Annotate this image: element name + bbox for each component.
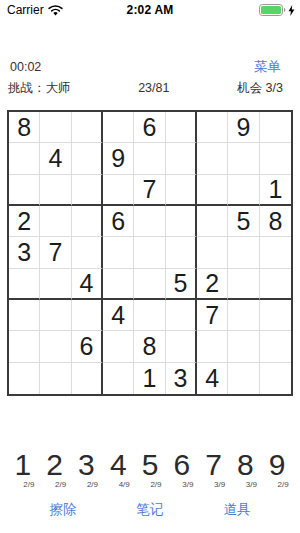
numpad-remaining-count: 3/9 xyxy=(235,480,267,489)
cell-r1c4[interactable] xyxy=(103,112,134,143)
cell-r8c2[interactable] xyxy=(40,331,71,362)
numpad-digit: 6 xyxy=(166,450,198,479)
top-bar: 00:02 菜单 xyxy=(0,58,300,76)
cell-r7c6[interactable] xyxy=(166,300,197,331)
cell-r3c6[interactable] xyxy=(166,175,197,206)
cell-r7c1[interactable] xyxy=(9,300,40,331)
cell-r4c8[interactable]: 5 xyxy=(228,206,259,237)
cell-r3c3[interactable] xyxy=(72,175,103,206)
cell-r9c2[interactable] xyxy=(40,363,71,394)
cell-r2c1[interactable] xyxy=(9,143,40,174)
cell-r8c3[interactable]: 6 xyxy=(72,331,103,362)
cell-r3c7[interactable] xyxy=(197,175,228,206)
cell-r4c1[interactable]: 2 xyxy=(9,206,40,237)
cell-r6c5[interactable] xyxy=(134,269,165,300)
cell-r6c1[interactable] xyxy=(9,269,40,300)
cell-r8c8[interactable] xyxy=(228,331,259,362)
cell-r9c5[interactable]: 1 xyxy=(134,363,165,394)
cell-r8c9[interactable] xyxy=(260,331,291,362)
cell-r5c6[interactable] xyxy=(166,237,197,268)
numpad-remaining-count: 3/9 xyxy=(172,480,204,489)
cell-r8c7[interactable] xyxy=(197,331,228,362)
cell-r6c6[interactable]: 5 xyxy=(166,269,197,300)
cell-r7c8[interactable] xyxy=(228,300,259,331)
cell-r2c7[interactable] xyxy=(197,143,228,174)
numpad-digit: 7 xyxy=(198,450,230,479)
wifi-icon xyxy=(48,5,63,16)
cell-r5c1[interactable]: 3 xyxy=(9,237,40,268)
cell-r9c6[interactable]: 3 xyxy=(166,363,197,394)
cell-r7c9[interactable] xyxy=(260,300,291,331)
cell-r9c9[interactable] xyxy=(260,363,291,394)
cell-r3c8[interactable] xyxy=(228,175,259,206)
cell-r7c2[interactable] xyxy=(40,300,71,331)
progress-label: 23/81 xyxy=(138,81,169,95)
cell-r8c1[interactable] xyxy=(9,331,40,362)
cell-r1c6[interactable] xyxy=(166,112,197,143)
erase-button[interactable]: 擦除 xyxy=(50,501,77,519)
cell-r7c4[interactable]: 4 xyxy=(103,300,134,331)
charging-bolt-icon xyxy=(288,5,295,16)
cell-r6c2[interactable] xyxy=(40,269,71,300)
menu-button[interactable]: 菜单 xyxy=(254,58,281,76)
numpad-remaining-count: 3/9 xyxy=(204,480,236,489)
cell-r5c3[interactable] xyxy=(72,237,103,268)
cell-r2c3[interactable] xyxy=(72,143,103,174)
cell-r9c8[interactable] xyxy=(228,363,259,394)
app-screen: Carrier 2:02 AM xyxy=(0,0,300,533)
numpad-remaining-count: 2/9 xyxy=(13,480,45,489)
status-bar: Carrier 2:02 AM xyxy=(0,0,300,20)
cell-r6c8[interactable] xyxy=(228,269,259,300)
cell-r9c7[interactable]: 4 xyxy=(197,363,228,394)
cell-r4c3[interactable] xyxy=(72,206,103,237)
cell-r3c4[interactable] xyxy=(103,175,134,206)
cell-r1c5[interactable]: 6 xyxy=(134,112,165,143)
cell-r1c2[interactable] xyxy=(40,112,71,143)
number-pad: 12/922/932/944/952/963/973/983/992/9 xyxy=(7,450,293,489)
cell-r2c2[interactable]: 4 xyxy=(40,143,71,174)
numpad-digit: 3 xyxy=(71,450,103,479)
cell-r6c7[interactable]: 2 xyxy=(197,269,228,300)
cell-r1c1[interactable]: 8 xyxy=(9,112,40,143)
cell-r1c8[interactable]: 9 xyxy=(228,112,259,143)
numpad-button-1[interactable]: 12/9 xyxy=(7,450,39,489)
cell-r4c9[interactable]: 8 xyxy=(260,206,291,237)
cell-r5c8[interactable] xyxy=(228,237,259,268)
carrier-label: Carrier xyxy=(7,3,44,17)
cell-r4c4[interactable]: 6 xyxy=(103,206,134,237)
numpad-digit: 9 xyxy=(261,450,293,479)
challenge-label: 挑战：大师 xyxy=(8,80,71,97)
cell-r9c3[interactable] xyxy=(72,363,103,394)
cell-r7c3[interactable] xyxy=(72,300,103,331)
cell-r7c7[interactable]: 7 xyxy=(197,300,228,331)
numpad-remaining-count: 2/9 xyxy=(77,480,109,489)
cell-r9c4[interactable] xyxy=(103,363,134,394)
cell-r1c3[interactable] xyxy=(72,112,103,143)
cell-r3c5[interactable]: 7 xyxy=(134,175,165,206)
cell-r7c5[interactable] xyxy=(134,300,165,331)
numpad-digit: 5 xyxy=(134,450,166,479)
battery-icon xyxy=(259,4,286,16)
numpad-remaining-count: 2/9 xyxy=(267,480,299,489)
chances-label: 机会 3/3 xyxy=(237,80,283,97)
numpad-remaining-count: 2/9 xyxy=(140,480,172,489)
cell-r4c5[interactable] xyxy=(134,206,165,237)
status-left: Carrier xyxy=(7,3,63,17)
numpad-digit: 8 xyxy=(229,450,261,479)
cell-r8c5[interactable]: 8 xyxy=(134,331,165,362)
status-time: 2:02 AM xyxy=(127,0,174,20)
cell-r3c2[interactable] xyxy=(40,175,71,206)
cell-r2c4[interactable]: 9 xyxy=(103,143,134,174)
game-timer: 00:02 xyxy=(10,60,41,74)
numpad-digit: 1 xyxy=(7,450,39,479)
cell-r8c4[interactable] xyxy=(103,331,134,362)
sudoku-board: 86949712658374524768134 xyxy=(7,110,293,396)
cell-r2c6[interactable] xyxy=(166,143,197,174)
cell-r2c8[interactable] xyxy=(228,143,259,174)
cell-r5c9[interactable] xyxy=(260,237,291,268)
cell-r3c1[interactable] xyxy=(9,175,40,206)
numpad-remaining-count: 2/9 xyxy=(45,480,77,489)
numpad-remaining-count: 4/9 xyxy=(108,480,140,489)
cell-r2c9[interactable] xyxy=(260,143,291,174)
footer-actions: 擦除 笔记 道具 xyxy=(0,501,300,519)
cell-r8c6[interactable] xyxy=(166,331,197,362)
cell-r6c9[interactable] xyxy=(260,269,291,300)
numpad-digit: 2 xyxy=(39,450,71,479)
cell-r6c4[interactable] xyxy=(103,269,134,300)
cell-r9c1[interactable] xyxy=(9,363,40,394)
cell-r4c6[interactable] xyxy=(166,206,197,237)
cell-r5c5[interactable] xyxy=(134,237,165,268)
notes-button[interactable]: 笔记 xyxy=(137,501,164,519)
cell-r5c4[interactable] xyxy=(103,237,134,268)
numpad-digit: 4 xyxy=(102,450,134,479)
cell-r4c7[interactable] xyxy=(197,206,228,237)
cell-r6c3[interactable]: 4 xyxy=(72,269,103,300)
status-right xyxy=(259,4,295,16)
cell-r5c2[interactable]: 7 xyxy=(40,237,71,268)
cell-r5c7[interactable] xyxy=(197,237,228,268)
cell-r1c9[interactable] xyxy=(260,112,291,143)
info-row: 挑战：大师 23/81 机会 3/3 xyxy=(0,80,300,96)
cell-r1c7[interactable] xyxy=(197,112,228,143)
tools-button[interactable]: 道具 xyxy=(224,501,251,519)
cell-r3c9[interactable]: 1 xyxy=(260,175,291,206)
cell-r2c5[interactable] xyxy=(134,143,165,174)
cell-r4c2[interactable] xyxy=(40,206,71,237)
